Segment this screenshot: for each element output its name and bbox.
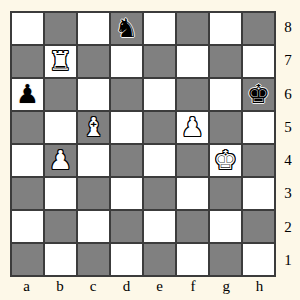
square-c7[interactable] [78, 46, 109, 77]
square-f4[interactable] [177, 145, 208, 176]
square-a5[interactable] [12, 112, 43, 143]
square-e1[interactable] [144, 244, 175, 275]
file-label-b: b [43, 278, 76, 295]
piece-black-knight[interactable]: ♞ [115, 13, 138, 44]
square-c8[interactable] [78, 13, 109, 44]
rank-labels: 87654321 [280, 11, 296, 277]
square-h3[interactable] [243, 178, 274, 209]
square-g7[interactable] [210, 46, 241, 77]
piece-white-king[interactable]: ♚ [214, 145, 237, 176]
square-g8[interactable] [210, 13, 241, 44]
square-e5[interactable] [144, 112, 175, 143]
square-b4[interactable]: ♟ [45, 145, 76, 176]
square-b3[interactable] [45, 178, 76, 209]
square-c6[interactable] [78, 79, 109, 110]
square-d7[interactable] [111, 46, 142, 77]
square-h4[interactable] [243, 145, 274, 176]
square-g3[interactable] [210, 178, 241, 209]
square-a1[interactable] [12, 244, 43, 275]
square-h1[interactable] [243, 244, 274, 275]
rank-label-2: 2 [280, 211, 296, 244]
square-g6[interactable] [210, 79, 241, 110]
square-e3[interactable] [144, 178, 175, 209]
square-c1[interactable] [78, 244, 109, 275]
square-d6[interactable] [111, 79, 142, 110]
square-a4[interactable] [12, 145, 43, 176]
square-h2[interactable] [243, 211, 274, 242]
square-f6[interactable] [177, 79, 208, 110]
file-label-f: f [176, 278, 209, 295]
square-a2[interactable] [12, 211, 43, 242]
square-g1[interactable] [210, 244, 241, 275]
square-d1[interactable] [111, 244, 142, 275]
piece-black-king[interactable]: ♚ [247, 79, 270, 110]
file-label-c: c [77, 278, 110, 295]
square-b8[interactable] [45, 13, 76, 44]
square-g2[interactable] [210, 211, 241, 242]
square-b7[interactable]: ♜ [45, 46, 76, 77]
piece-white-pawn[interactable]: ♟ [181, 112, 204, 143]
file-labels: abcdefgh [10, 278, 276, 295]
square-e2[interactable] [144, 211, 175, 242]
square-a6[interactable]: ♟ [12, 79, 43, 110]
square-a7[interactable] [12, 46, 43, 77]
rank-label-1: 1 [280, 244, 296, 277]
piece-white-pawn[interactable]: ♟ [49, 145, 72, 176]
square-a8[interactable] [12, 13, 43, 44]
square-e6[interactable] [144, 79, 175, 110]
square-h6[interactable]: ♚ [243, 79, 274, 110]
square-e4[interactable] [144, 145, 175, 176]
rank-label-3: 3 [280, 177, 296, 210]
chessboard: ♞♜♟♚♝♟♟♚ [10, 11, 276, 277]
square-f5[interactable]: ♟ [177, 112, 208, 143]
square-d2[interactable] [111, 211, 142, 242]
file-label-d: d [110, 278, 143, 295]
square-c2[interactable] [78, 211, 109, 242]
square-g5[interactable] [210, 112, 241, 143]
square-f2[interactable] [177, 211, 208, 242]
piece-white-bishop[interactable]: ♝ [82, 112, 105, 143]
rank-label-7: 7 [280, 44, 296, 77]
square-h8[interactable] [243, 13, 274, 44]
square-f1[interactable] [177, 244, 208, 275]
square-f8[interactable] [177, 13, 208, 44]
square-h5[interactable] [243, 112, 274, 143]
rank-label-6: 6 [280, 78, 296, 111]
square-d4[interactable] [111, 145, 142, 176]
square-b5[interactable] [45, 112, 76, 143]
square-c5[interactable]: ♝ [78, 112, 109, 143]
rank-label-8: 8 [280, 11, 296, 44]
square-b2[interactable] [45, 211, 76, 242]
square-f3[interactable] [177, 178, 208, 209]
square-d8[interactable]: ♞ [111, 13, 142, 44]
rank-label-5: 5 [280, 111, 296, 144]
square-g4[interactable]: ♚ [210, 145, 241, 176]
square-a3[interactable] [12, 178, 43, 209]
piece-white-rook[interactable]: ♜ [49, 46, 72, 77]
square-b6[interactable] [45, 79, 76, 110]
rank-label-4: 4 [280, 144, 296, 177]
file-label-a: a [10, 278, 43, 295]
square-e7[interactable] [144, 46, 175, 77]
square-b1[interactable] [45, 244, 76, 275]
square-d5[interactable] [111, 112, 142, 143]
square-f7[interactable] [177, 46, 208, 77]
square-c3[interactable] [78, 178, 109, 209]
piece-black-pawn[interactable]: ♟ [16, 79, 39, 110]
square-e8[interactable] [144, 13, 175, 44]
file-label-g: g [210, 278, 243, 295]
square-d3[interactable] [111, 178, 142, 209]
square-c4[interactable] [78, 145, 109, 176]
square-h7[interactable] [243, 46, 274, 77]
file-label-h: h [243, 278, 276, 295]
file-label-e: e [143, 278, 176, 295]
